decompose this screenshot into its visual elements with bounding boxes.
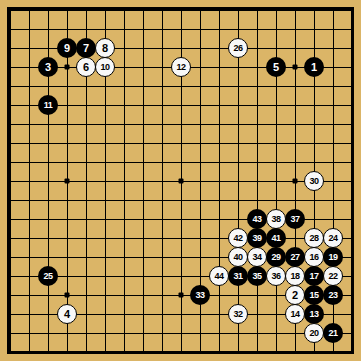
stone-black-35: 35 xyxy=(247,266,267,286)
stone-black-39: 39 xyxy=(247,228,267,248)
stone-white-10: 10 xyxy=(95,57,115,77)
stone-white-36: 36 xyxy=(266,266,286,286)
stone-black-43: 43 xyxy=(247,209,267,229)
stone-white-44: 44 xyxy=(209,266,229,286)
stone-white-14: 14 xyxy=(285,304,305,324)
stone-black-19: 19 xyxy=(323,247,343,267)
stone-white-28: 28 xyxy=(304,228,324,248)
stone-white-24: 24 xyxy=(323,228,343,248)
stone-white-12: 12 xyxy=(171,57,191,77)
stone-black-27: 27 xyxy=(285,247,305,267)
stone-black-31: 31 xyxy=(228,266,248,286)
stone-black-1: 1 xyxy=(304,57,324,77)
stone-white-32: 32 xyxy=(228,304,248,324)
stone-white-34: 34 xyxy=(247,247,267,267)
stone-black-9: 9 xyxy=(57,38,77,58)
stone-black-17: 17 xyxy=(304,266,324,286)
stone-black-37: 37 xyxy=(285,209,305,229)
stone-white-40: 40 xyxy=(228,247,248,267)
stone-black-41: 41 xyxy=(266,228,286,248)
stone-white-2: 2 xyxy=(285,285,305,305)
stone-black-3: 3 xyxy=(38,57,58,77)
board-grid: 1234567891011121314151617181920212223242… xyxy=(1,1,361,361)
stone-black-13: 13 xyxy=(304,304,324,324)
stone-white-18: 18 xyxy=(285,266,305,286)
stone-black-23: 23 xyxy=(323,285,343,305)
stone-white-16: 16 xyxy=(304,247,324,267)
stone-white-30: 30 xyxy=(304,171,324,191)
stone-white-6: 6 xyxy=(76,57,96,77)
stone-white-8: 8 xyxy=(95,38,115,58)
stone-black-7: 7 xyxy=(76,38,96,58)
stone-white-22: 22 xyxy=(323,266,343,286)
stone-white-26: 26 xyxy=(228,38,248,58)
stone-black-33: 33 xyxy=(190,285,210,305)
stone-black-21: 21 xyxy=(323,323,343,343)
stone-black-25: 25 xyxy=(38,266,58,286)
stone-white-38: 38 xyxy=(266,209,286,229)
stone-white-42: 42 xyxy=(228,228,248,248)
go-board: 1234567891011121314151617181920212223242… xyxy=(0,0,361,361)
stone-black-5: 5 xyxy=(266,57,286,77)
stone-black-29: 29 xyxy=(266,247,286,267)
stone-white-20: 20 xyxy=(304,323,324,343)
stone-white-4: 4 xyxy=(57,304,77,324)
stone-black-11: 11 xyxy=(38,95,58,115)
stone-black-15: 15 xyxy=(304,285,324,305)
